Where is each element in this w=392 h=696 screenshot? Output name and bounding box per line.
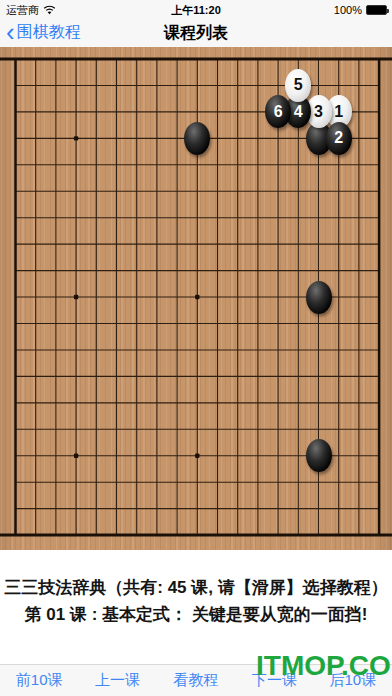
app-screen: 运营商 上午11:20 100% ‹ 围棋教程 课程列表 123456 三三技法… (0, 0, 392, 696)
stone-black (306, 281, 332, 314)
go-board[interactable]: 123456 (0, 47, 392, 550)
battery-percent-label: 100% (334, 4, 362, 16)
watermark: ITMOP.COM (256, 650, 392, 682)
navigation-bar: ‹ 围棋教程 课程列表 (0, 20, 392, 47)
move-number-label: 6 (274, 103, 283, 121)
lesson-series-title: 三三技法辞典（共有: 45 课, 请【滑屏】选择教程） (0, 574, 392, 601)
move-number-label: 5 (294, 76, 303, 94)
battery-icon (366, 5, 387, 15)
star-point (195, 454, 199, 458)
lesson-info: 三三技法辞典（共有: 45 课, 请【滑屏】选择教程） 第 01 课 : 基本定… (0, 550, 392, 664)
view-tutorial-button[interactable]: 看教程 (157, 671, 235, 690)
stone-black-move-2: 2 (326, 122, 352, 155)
star-point (195, 295, 199, 299)
move-number-label: 1 (334, 103, 343, 121)
star-point (74, 295, 78, 299)
lesson-current-title: 第 01 课 : 基本定式： 关键是要从宽的一面挡! (0, 601, 392, 628)
move-number-label: 3 (314, 103, 323, 121)
stone-black (184, 122, 210, 155)
star-point (74, 454, 78, 458)
page-title: 课程列表 (0, 23, 392, 44)
prev-10-lessons-button[interactable]: 前10课 (0, 671, 78, 690)
previous-lesson-button[interactable]: 上一课 (78, 671, 156, 690)
move-number-label: 2 (334, 129, 343, 147)
move-number-label: 4 (294, 103, 303, 121)
star-point (74, 136, 78, 140)
status-bar: 运营商 上午11:20 100% (0, 0, 392, 20)
stone-black (306, 439, 332, 472)
